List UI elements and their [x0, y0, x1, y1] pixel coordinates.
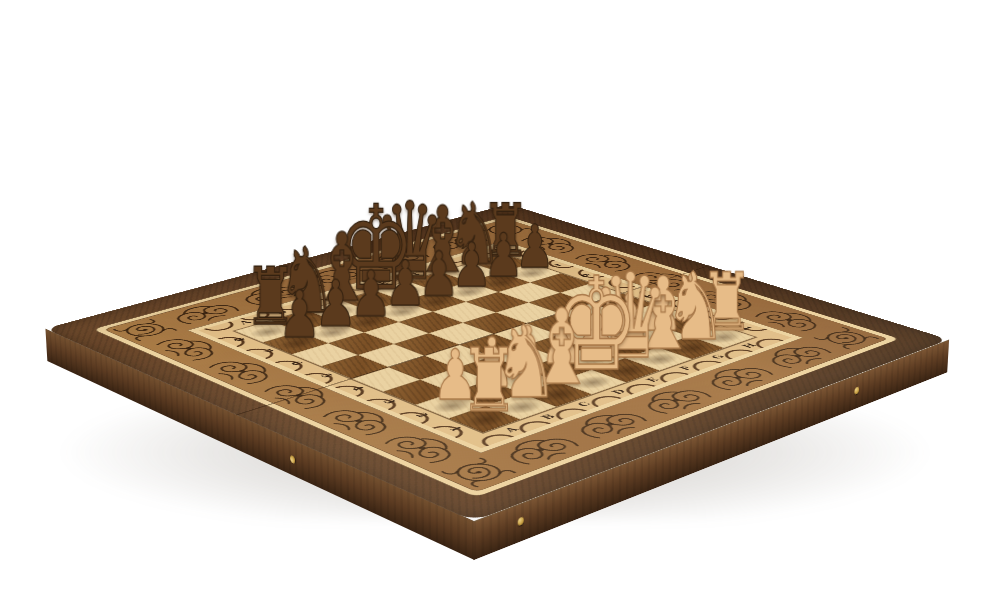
chess-board: A B C D E F G H A B C D E F G H 8 7 [45, 204, 950, 521]
black-pawn-a7: ♟ [256, 215, 343, 345]
perspective-scene: A B C D E F G H A B C D E F G H 8 7 [0, 0, 1000, 600]
brass-pin [518, 516, 524, 526]
brass-pin [290, 455, 295, 465]
brass-pin [854, 386, 859, 395]
product-photo: A B C D E F G H A B C D E F G H 8 7 [0, 0, 1000, 600]
white-rook-a1: ♜ [442, 280, 536, 421]
